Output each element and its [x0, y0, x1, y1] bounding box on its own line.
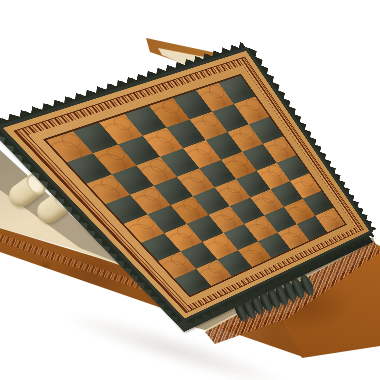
chess-set-photo	[0, 0, 380, 380]
